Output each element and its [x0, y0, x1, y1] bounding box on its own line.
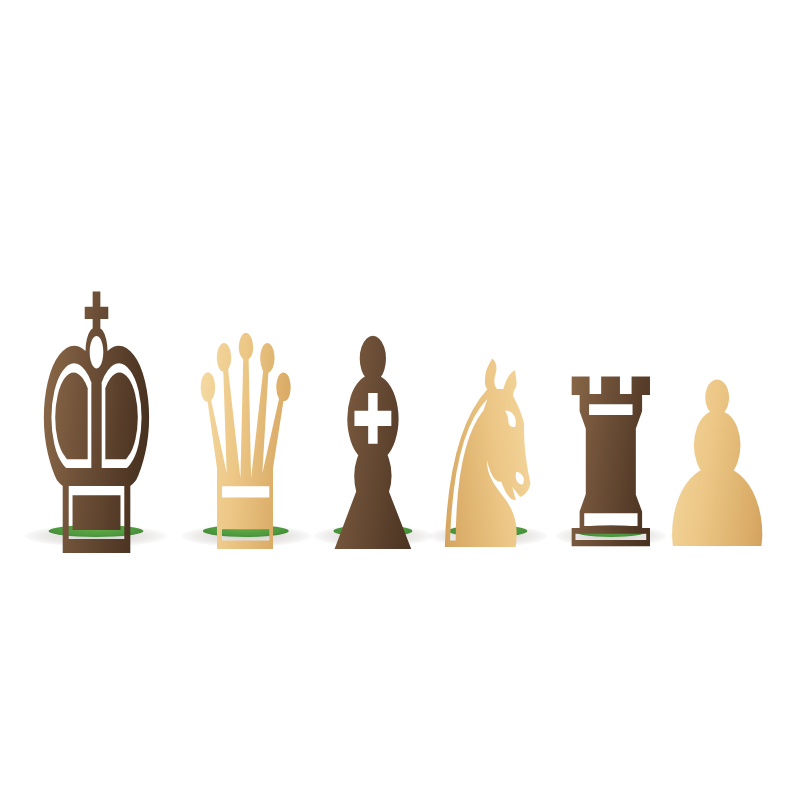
- chess-pieces-photo: ♚ ♛ ♝ ♞ ♜ ♟: [0, 0, 800, 800]
- dark-bishop-piece: ♝: [318, 302, 428, 533]
- dark-rook-piece: ♜: [559, 350, 662, 533]
- dark-king-piece: ♚: [30, 250, 162, 533]
- queen-icon: ♛: [186, 299, 305, 595]
- light-knight-piece: ♞: [433, 329, 543, 533]
- light-queen-piece: ♛: [186, 299, 306, 533]
- knight-icon: ♞: [421, 329, 555, 587]
- pawn-icon: ♟: [650, 353, 785, 581]
- king-icon: ♚: [29, 250, 164, 608]
- light-pawn-piece: ♟: [673, 353, 761, 533]
